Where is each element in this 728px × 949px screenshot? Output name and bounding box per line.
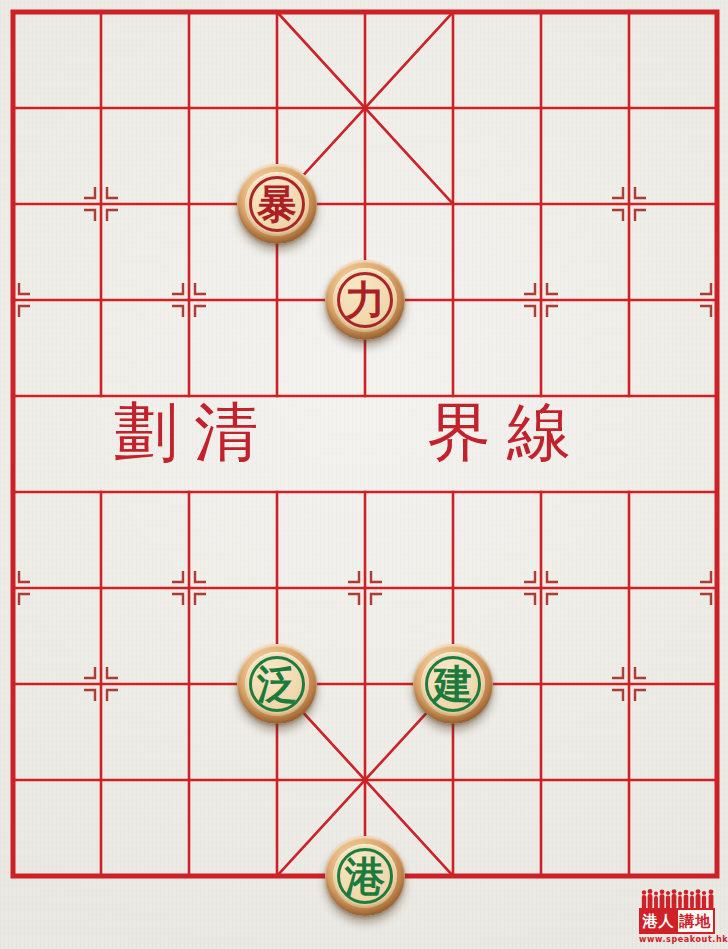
point-marker <box>547 571 558 582</box>
point-marker <box>371 571 382 582</box>
logo-url: www.speakout.hk <box>639 935 717 944</box>
piece-glyph: 力 <box>345 280 385 320</box>
point-marker <box>195 594 206 605</box>
point-marker <box>172 283 183 294</box>
point-marker <box>19 571 30 582</box>
point-marker <box>107 210 118 221</box>
poster: 劃清 界線 暴力泛建港 港人 講地 www.s <box>0 0 728 949</box>
crowd-silhouette-icon <box>640 888 716 909</box>
point-marker <box>635 210 646 221</box>
piece-face: 泛 <box>245 652 309 716</box>
point-marker <box>172 306 183 317</box>
logo-text-left: 港人 <box>641 910 676 932</box>
piece-face: 港 <box>333 844 397 908</box>
piece-glyph: 建 <box>433 664 473 704</box>
xiangqi-board <box>0 0 728 949</box>
point-marker <box>107 187 118 198</box>
point-marker <box>19 306 30 317</box>
point-marker <box>84 210 95 221</box>
point-marker <box>635 187 646 198</box>
piece-faan[interactable]: 泛 <box>237 644 317 724</box>
point-marker <box>84 690 95 701</box>
point-marker <box>635 667 646 678</box>
piece-ring: 港 <box>337 848 393 904</box>
point-marker <box>612 667 623 678</box>
river-slogan-right: 界線 <box>427 384 587 480</box>
point-marker <box>195 283 206 294</box>
point-marker <box>19 283 30 294</box>
point-marker <box>547 594 558 605</box>
point-marker <box>524 571 535 582</box>
point-marker <box>19 594 30 605</box>
piece-ring: 建 <box>425 656 481 712</box>
point-marker <box>524 594 535 605</box>
point-marker <box>612 690 623 701</box>
point-marker <box>635 690 646 701</box>
point-marker <box>524 306 535 317</box>
piece-face: 力 <box>333 268 397 332</box>
point-marker <box>107 690 118 701</box>
point-marker <box>700 571 711 582</box>
piece-glyph: 港 <box>345 856 385 896</box>
piece-glyph: 暴 <box>257 184 297 224</box>
piece-glyph: 泛 <box>257 664 297 704</box>
logo-wordmark: 港人 講地 <box>639 908 715 934</box>
point-marker <box>195 306 206 317</box>
piece-bao[interactable]: 暴 <box>237 164 317 244</box>
point-marker <box>700 283 711 294</box>
piece-ring: 泛 <box>249 656 305 712</box>
point-marker <box>172 571 183 582</box>
point-marker <box>547 306 558 317</box>
point-marker <box>524 283 535 294</box>
piece-face: 建 <box>421 652 485 716</box>
point-marker <box>547 283 558 294</box>
piece-gong[interactable]: 港 <box>325 836 405 916</box>
river-slogan-left: 劃清 <box>114 384 274 480</box>
point-marker <box>700 594 711 605</box>
piece-ring: 力 <box>337 272 393 328</box>
point-marker <box>371 594 382 605</box>
piece-gin[interactable]: 建 <box>413 644 493 724</box>
point-marker <box>700 306 711 317</box>
point-marker <box>348 571 359 582</box>
piece-ring: 暴 <box>249 176 305 232</box>
point-marker <box>612 187 623 198</box>
point-marker <box>348 594 359 605</box>
point-marker <box>612 210 623 221</box>
point-marker <box>84 187 95 198</box>
point-marker <box>195 571 206 582</box>
piece-li[interactable]: 力 <box>325 260 405 340</box>
point-marker <box>172 594 183 605</box>
point-marker <box>84 667 95 678</box>
piece-face: 暴 <box>245 172 309 236</box>
speakout-logo[interactable]: 港人 講地 www.speakout.hk <box>639 888 717 944</box>
logo-text-right: 講地 <box>676 910 713 932</box>
point-marker <box>107 667 118 678</box>
